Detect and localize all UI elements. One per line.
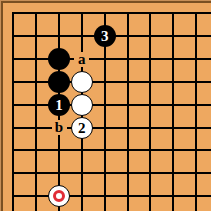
grid-line-horizontal	[12, 172, 211, 174]
grid-line-vertical	[127, 12, 129, 211]
grid-line-horizontal	[12, 12, 211, 14]
black-stone	[48, 71, 70, 93]
black-stone-move-3: 3	[94, 25, 116, 47]
move-number: 1	[55, 94, 63, 116]
move-number: 3	[101, 25, 109, 47]
go-board-frame: ab132	[0, 0, 211, 211]
white-stone	[71, 71, 93, 93]
grid-line-vertical	[172, 12, 174, 211]
black-stone	[48, 48, 70, 70]
white-stone	[71, 94, 93, 116]
grid-line-horizontal	[12, 104, 211, 106]
grid-line-horizontal	[12, 149, 211, 151]
black-stone-move-1: 1	[48, 94, 70, 116]
grid-line-vertical	[35, 12, 37, 211]
grid-line-vertical	[149, 12, 151, 211]
grid-line-horizontal	[12, 195, 211, 197]
grid-line-vertical	[12, 12, 14, 211]
point-label-a: a	[74, 52, 89, 67]
move-number: 2	[78, 117, 86, 139]
white-stone-circled	[48, 185, 70, 207]
grid-line-horizontal	[12, 127, 211, 129]
white-stone-move-2: 2	[71, 117, 93, 139]
grid-line-vertical	[195, 12, 197, 211]
grid-line-horizontal	[12, 58, 211, 60]
go-board: ab132	[1, 1, 211, 211]
circle-marker-icon	[53, 190, 65, 202]
grid-line-horizontal	[12, 81, 211, 83]
point-label-b: b	[52, 120, 67, 135]
